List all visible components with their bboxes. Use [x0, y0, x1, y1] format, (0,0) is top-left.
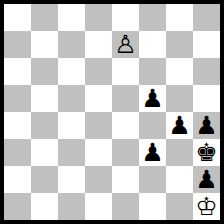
- square-d2[interactable]: [85, 166, 112, 193]
- square-g7[interactable]: [166, 31, 193, 58]
- square-c1[interactable]: [58, 193, 85, 220]
- black-pawn-icon[interactable]: ♟: [195, 166, 217, 193]
- square-d1[interactable]: [85, 193, 112, 220]
- square-g4[interactable]: ♟: [166, 112, 193, 139]
- square-b4[interactable]: [31, 112, 58, 139]
- black-pawn-icon[interactable]: ♟: [141, 139, 163, 166]
- square-e6[interactable]: [112, 58, 139, 85]
- square-f1[interactable]: [139, 193, 166, 220]
- square-d5[interactable]: [85, 85, 112, 112]
- square-a3[interactable]: [4, 139, 31, 166]
- chess-board: ♙♟♟♟♟♚♟♔: [4, 4, 220, 220]
- square-f8[interactable]: [139, 4, 166, 31]
- square-d3[interactable]: [85, 139, 112, 166]
- square-c8[interactable]: [58, 4, 85, 31]
- square-e2[interactable]: [112, 166, 139, 193]
- square-b1[interactable]: [31, 193, 58, 220]
- square-a7[interactable]: [4, 31, 31, 58]
- square-a1[interactable]: [4, 193, 31, 220]
- square-e1[interactable]: [112, 193, 139, 220]
- black-pawn-icon[interactable]: ♟: [168, 112, 190, 139]
- square-e7[interactable]: ♙: [112, 31, 139, 58]
- square-b8[interactable]: [31, 4, 58, 31]
- square-d8[interactable]: [85, 4, 112, 31]
- square-h1[interactable]: ♔: [193, 193, 220, 220]
- black-king-icon[interactable]: ♚: [195, 139, 217, 166]
- square-c6[interactable]: [58, 58, 85, 85]
- black-pawn-icon[interactable]: ♟: [141, 85, 163, 112]
- square-e8[interactable]: [112, 4, 139, 31]
- square-f4[interactable]: [139, 112, 166, 139]
- square-c7[interactable]: [58, 31, 85, 58]
- square-h6[interactable]: [193, 58, 220, 85]
- square-f2[interactable]: [139, 166, 166, 193]
- square-a8[interactable]: [4, 4, 31, 31]
- square-f5[interactable]: ♟: [139, 85, 166, 112]
- square-b6[interactable]: [31, 58, 58, 85]
- square-h5[interactable]: [193, 85, 220, 112]
- square-c2[interactable]: [58, 166, 85, 193]
- white-pawn-icon[interactable]: ♙: [114, 31, 136, 58]
- square-b3[interactable]: [31, 139, 58, 166]
- square-h3[interactable]: ♚: [193, 139, 220, 166]
- square-g3[interactable]: [166, 139, 193, 166]
- square-b5[interactable]: [31, 85, 58, 112]
- square-b2[interactable]: [31, 166, 58, 193]
- square-d7[interactable]: [85, 31, 112, 58]
- square-a4[interactable]: [4, 112, 31, 139]
- square-c4[interactable]: [58, 112, 85, 139]
- square-g5[interactable]: [166, 85, 193, 112]
- square-e4[interactable]: [112, 112, 139, 139]
- square-f7[interactable]: [139, 31, 166, 58]
- square-a6[interactable]: [4, 58, 31, 85]
- square-e5[interactable]: [112, 85, 139, 112]
- chess-board-frame: ♙♟♟♟♟♚♟♔: [0, 0, 224, 224]
- square-g6[interactable]: [166, 58, 193, 85]
- square-h8[interactable]: [193, 4, 220, 31]
- square-f6[interactable]: [139, 58, 166, 85]
- square-d4[interactable]: [85, 112, 112, 139]
- square-h7[interactable]: [193, 31, 220, 58]
- square-g8[interactable]: [166, 4, 193, 31]
- square-e3[interactable]: [112, 139, 139, 166]
- square-g2[interactable]: [166, 166, 193, 193]
- square-d6[interactable]: [85, 58, 112, 85]
- square-h4[interactable]: ♟: [193, 112, 220, 139]
- square-a2[interactable]: [4, 166, 31, 193]
- square-c3[interactable]: [58, 139, 85, 166]
- square-c5[interactable]: [58, 85, 85, 112]
- square-b7[interactable]: [31, 31, 58, 58]
- square-h2[interactable]: ♟: [193, 166, 220, 193]
- square-g1[interactable]: [166, 193, 193, 220]
- square-f3[interactable]: ♟: [139, 139, 166, 166]
- black-pawn-icon[interactable]: ♟: [195, 112, 217, 139]
- white-king-icon[interactable]: ♔: [195, 193, 217, 220]
- square-a5[interactable]: [4, 85, 31, 112]
